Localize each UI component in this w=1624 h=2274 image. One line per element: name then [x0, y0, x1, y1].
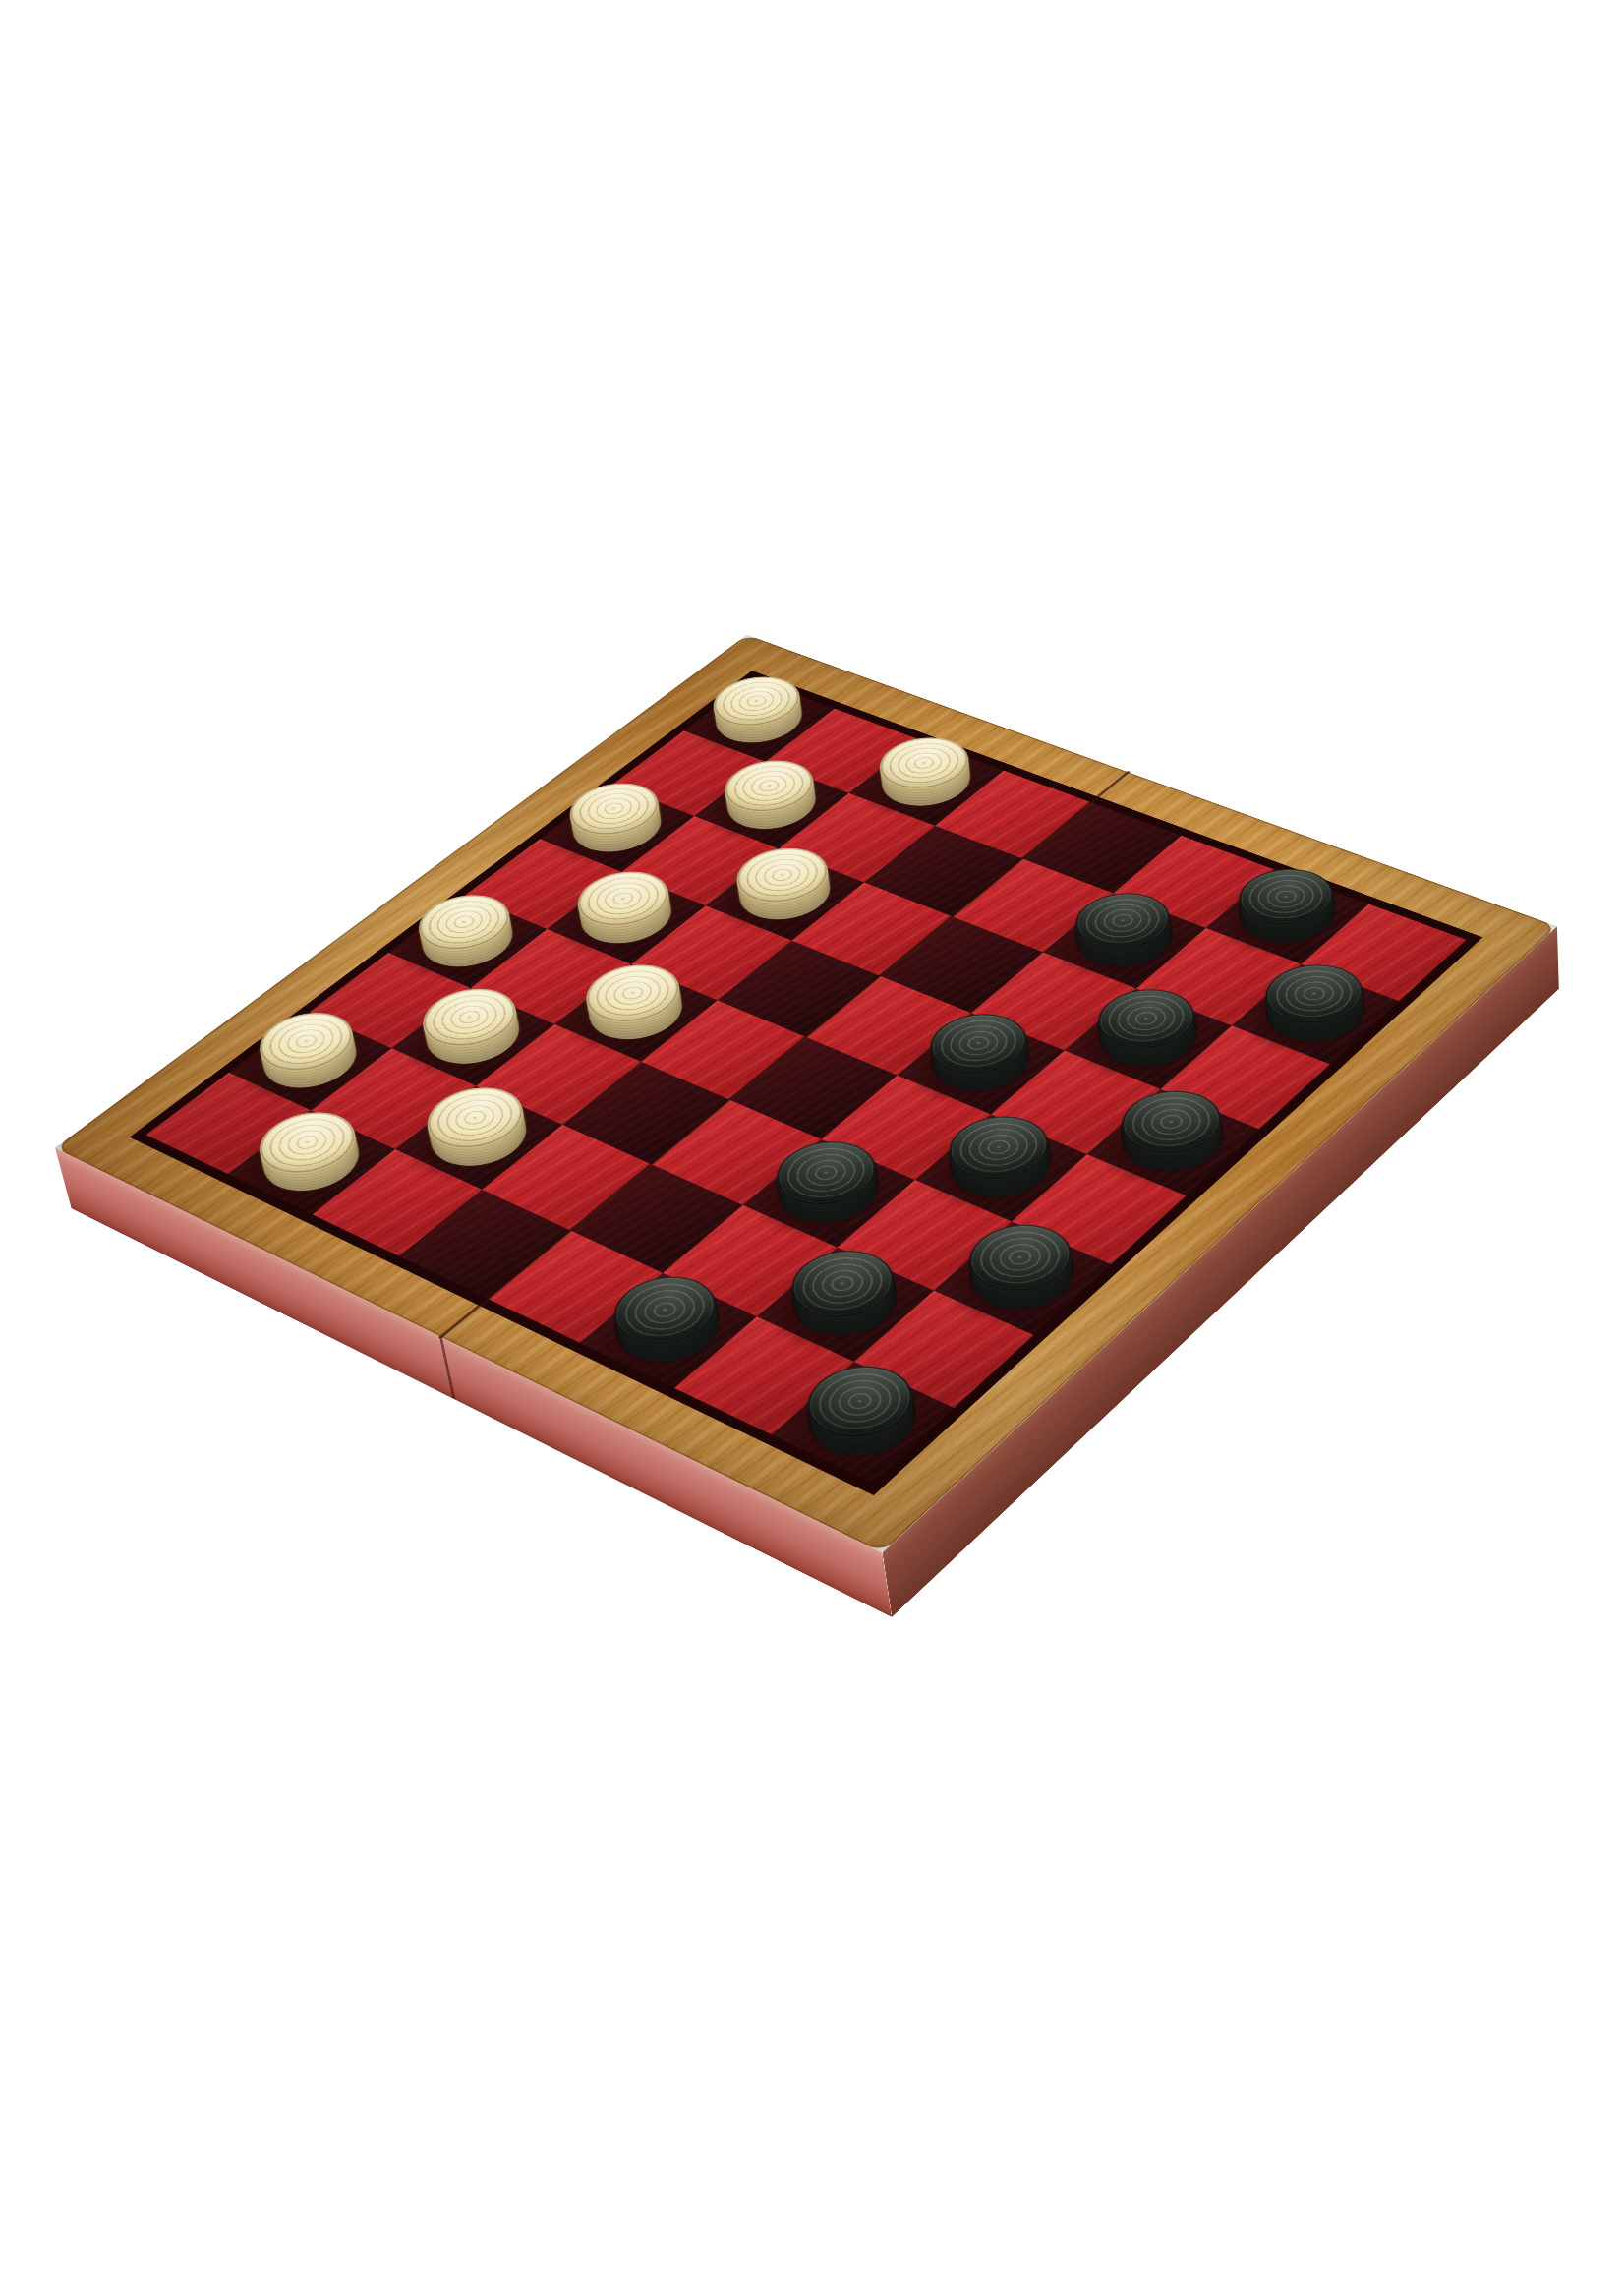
square-r4c8[interactable]: [399, 1190, 571, 1299]
checkers-board: [55, 635, 1557, 1553]
scene: [0, 0, 1624, 2274]
square-r4c6[interactable]: [562, 1062, 729, 1165]
square-r5c7[interactable]: [571, 1164, 743, 1273]
product-photo-canvas: [0, 0, 1624, 2274]
square-r5c5[interactable]: [729, 1037, 897, 1139]
play-area: [130, 671, 1483, 1495]
